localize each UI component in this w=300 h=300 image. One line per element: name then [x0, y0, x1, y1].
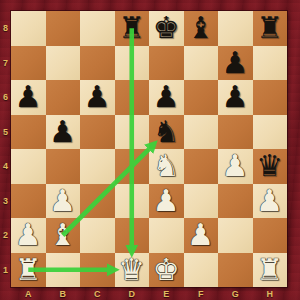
square-c6[interactable]: ♟ [80, 80, 115, 115]
square-d1[interactable]: ♛ [115, 253, 150, 288]
square-g6[interactable]: ♟ [218, 80, 253, 115]
rank-label-6: 6 [0, 80, 11, 115]
square-c8[interactable] [80, 11, 115, 46]
square-a4[interactable] [11, 149, 46, 184]
square-b1[interactable] [46, 253, 81, 288]
square-h3[interactable]: ♟ [253, 184, 288, 219]
file-label-a: A [11, 288, 46, 300]
square-d5[interactable] [115, 115, 150, 150]
square-h2[interactable] [253, 218, 288, 253]
square-a2[interactable]: ♟ [11, 218, 46, 253]
piece-white-pawn-f2[interactable]: ♟ [184, 218, 219, 253]
piece-white-rook-h1[interactable]: ♜ [253, 253, 288, 288]
square-h4[interactable]: ♛ [253, 149, 288, 184]
piece-black-king-e8[interactable]: ♚ [149, 11, 184, 46]
piece-black-pawn-g7[interactable]: ♟ [218, 46, 253, 81]
piece-white-pawn-b3[interactable]: ♟ [46, 184, 81, 219]
file-label-b: B [46, 288, 81, 300]
square-e8[interactable]: ♚ [149, 11, 184, 46]
file-label-h: H [253, 288, 288, 300]
chess-board: ♜♚♝♜♟♟♟♟♟♟♞♞♟♛♟♟♟♟♝♟♜♛♚♜ [11, 11, 287, 287]
square-d4[interactable] [115, 149, 150, 184]
square-a3[interactable] [11, 184, 46, 219]
piece-black-pawn-b5[interactable]: ♟ [46, 115, 81, 150]
piece-white-pawn-e3[interactable]: ♟ [149, 184, 184, 219]
square-a6[interactable]: ♟ [11, 80, 46, 115]
rank-label-4: 4 [0, 149, 11, 184]
piece-black-pawn-c6[interactable]: ♟ [80, 80, 115, 115]
piece-black-queen-h4[interactable]: ♛ [253, 149, 288, 184]
piece-white-knight-e4[interactable]: ♞ [149, 149, 184, 184]
square-g3[interactable] [218, 184, 253, 219]
piece-black-rook-d8[interactable]: ♜ [115, 11, 150, 46]
square-g7[interactable]: ♟ [218, 46, 253, 81]
square-f2[interactable]: ♟ [184, 218, 219, 253]
rank-label-5: 5 [0, 115, 11, 150]
rank-label-2: 2 [0, 218, 11, 253]
square-f3[interactable] [184, 184, 219, 219]
piece-black-bishop-f8[interactable]: ♝ [184, 11, 219, 46]
piece-white-king-e1[interactable]: ♚ [149, 253, 184, 288]
square-h5[interactable] [253, 115, 288, 150]
file-label-e: E [149, 288, 184, 300]
square-h6[interactable] [253, 80, 288, 115]
square-g4[interactable]: ♟ [218, 149, 253, 184]
piece-white-pawn-a2[interactable]: ♟ [11, 218, 46, 253]
piece-white-pawn-h3[interactable]: ♟ [253, 184, 288, 219]
square-d8[interactable]: ♜ [115, 11, 150, 46]
square-f4[interactable] [184, 149, 219, 184]
square-c1[interactable] [80, 253, 115, 288]
square-g2[interactable] [218, 218, 253, 253]
chess-board-window: ♜♚♝♜♟♟♟♟♟♟♞♞♟♛♟♟♟♟♝♟♜♛♚♜ 87654321ABCDEFG… [0, 0, 300, 300]
piece-white-bishop-b2[interactable]: ♝ [46, 218, 81, 253]
square-c3[interactable] [80, 184, 115, 219]
square-d7[interactable] [115, 46, 150, 81]
square-b4[interactable] [46, 149, 81, 184]
piece-black-rook-h8[interactable]: ♜ [253, 11, 288, 46]
piece-white-rook-a1[interactable]: ♜ [11, 253, 46, 288]
file-label-g: G [218, 288, 253, 300]
rank-label-8: 8 [0, 11, 11, 46]
square-b3[interactable]: ♟ [46, 184, 81, 219]
square-d2[interactable] [115, 218, 150, 253]
square-a8[interactable] [11, 11, 46, 46]
piece-black-pawn-g6[interactable]: ♟ [218, 80, 253, 115]
square-b7[interactable] [46, 46, 81, 81]
square-b5[interactable]: ♟ [46, 115, 81, 150]
file-label-d: D [115, 288, 150, 300]
square-f5[interactable] [184, 115, 219, 150]
square-e6[interactable]: ♟ [149, 80, 184, 115]
rank-label-3: 3 [0, 184, 11, 219]
square-f7[interactable] [184, 46, 219, 81]
square-e3[interactable]: ♟ [149, 184, 184, 219]
square-h7[interactable] [253, 46, 288, 81]
square-d3[interactable] [115, 184, 150, 219]
square-h1[interactable]: ♜ [253, 253, 288, 288]
square-g8[interactable] [218, 11, 253, 46]
square-b8[interactable] [46, 11, 81, 46]
file-label-c: C [80, 288, 115, 300]
piece-black-knight-e5[interactable]: ♞ [149, 115, 184, 150]
square-b6[interactable] [46, 80, 81, 115]
square-f8[interactable]: ♝ [184, 11, 219, 46]
square-b2[interactable]: ♝ [46, 218, 81, 253]
square-f6[interactable] [184, 80, 219, 115]
square-e2[interactable] [149, 218, 184, 253]
piece-black-pawn-e6[interactable]: ♟ [149, 80, 184, 115]
square-c2[interactable] [80, 218, 115, 253]
square-a5[interactable] [11, 115, 46, 150]
square-e7[interactable] [149, 46, 184, 81]
piece-white-queen-d1[interactable]: ♛ [115, 253, 150, 288]
square-a7[interactable] [11, 46, 46, 81]
piece-white-pawn-g4[interactable]: ♟ [218, 149, 253, 184]
square-f1[interactable] [184, 253, 219, 288]
square-e4[interactable]: ♞ [149, 149, 184, 184]
file-label-f: F [184, 288, 219, 300]
square-c4[interactable] [80, 149, 115, 184]
square-e1[interactable]: ♚ [149, 253, 184, 288]
square-c7[interactable] [80, 46, 115, 81]
square-g5[interactable] [218, 115, 253, 150]
square-d6[interactable] [115, 80, 150, 115]
piece-black-pawn-a6[interactable]: ♟ [11, 80, 46, 115]
square-h8[interactable]: ♜ [253, 11, 288, 46]
rank-label-1: 1 [0, 253, 11, 288]
rank-label-7: 7 [0, 46, 11, 81]
square-e5[interactable]: ♞ [149, 115, 184, 150]
square-c5[interactable] [80, 115, 115, 150]
square-g1[interactable] [218, 253, 253, 288]
square-a1[interactable]: ♜ [11, 253, 46, 288]
